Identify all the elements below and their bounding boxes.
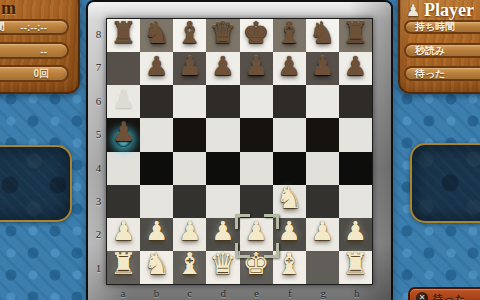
square-f3[interactable]: ♞ [273,185,306,218]
opponent-name: m [1,0,16,19]
square-b4[interactable] [140,152,173,185]
piece-black-p-a5[interactable]: ♟ [107,115,140,148]
piece-black-p-d7[interactable]: ♟ [206,49,239,82]
square-h1[interactable]: ♜ [339,251,372,284]
piece-white-p-h2[interactable]: ♟ [339,215,372,248]
square-e3[interactable] [240,185,273,218]
square-h5[interactable] [339,118,372,151]
square-g6[interactable] [306,85,339,118]
square-c4[interactable] [173,152,206,185]
square-b5[interactable] [140,118,173,151]
piece-white-r-h1[interactable]: ♜ [339,248,372,281]
file-label-g: g [306,286,340,300]
opponent-byoyomi-value: -- [40,45,47,56]
player-time-row: 持ち時間 [404,20,480,34]
square-e6[interactable] [240,85,273,118]
square-f6[interactable] [273,85,306,118]
opponent-time-row: 間 --:--:-- [0,19,69,35]
square-a1[interactable]: ♜ [107,251,140,284]
piece-black-n-b8[interactable]: ♞ [140,16,173,49]
square-f5[interactable] [273,118,306,151]
rank-label-5: 5 [92,118,105,151]
piece-black-n-g8[interactable]: ♞ [306,16,339,49]
piece-white-b-c1[interactable]: ♝ [173,248,206,281]
square-g4[interactable] [306,152,339,185]
square-b8[interactable]: ♞ [140,19,173,52]
player-byoyomi-label: 秒読み [415,44,445,58]
square-e4[interactable] [240,152,273,185]
square-g5[interactable] [306,118,339,151]
square-d6[interactable] [206,85,239,118]
white-pawn-icon: ♟ [406,1,420,20]
rank-label-4: 4 [92,152,105,185]
piece-black-b-c8[interactable]: ♝ [173,16,206,49]
opponent-time-label: 間 [0,20,5,34]
opponent-byoyomi-row: -- [0,42,69,59]
square-c7[interactable]: ♟ [173,52,206,85]
square-g2[interactable]: ♟ [306,218,339,251]
rank-label-1: 1 [92,252,105,285]
piece-black-p-f7[interactable]: ♟ [273,49,306,82]
square-a4[interactable] [107,152,140,185]
square-b3[interactable] [140,185,173,218]
matta-button[interactable]: ✕ 待った [408,287,480,300]
ghost-pawn: ♟ [107,82,140,115]
player-matta-label: 待った [415,67,445,81]
file-label-a: a [106,286,140,300]
rank-label-6: 6 [92,85,105,118]
square-a5[interactable]: ♟ [107,118,140,151]
square-e5[interactable] [240,118,273,151]
square-f7[interactable]: ♟ [273,52,306,85]
piece-white-n-b1[interactable]: ♞ [140,248,173,281]
piece-black-p-b7[interactable]: ♟ [140,49,173,82]
selection-cursor [235,214,279,258]
rank-label-7: 7 [92,51,105,84]
cross-circle-icon: ✕ [416,292,428,300]
square-c5[interactable] [173,118,206,151]
rank-label-2: 2 [92,218,105,251]
piece-black-p-g7[interactable]: ♟ [306,49,339,82]
square-c8[interactable]: ♝ [173,19,206,52]
square-d5[interactable] [206,118,239,151]
piece-black-k-e8[interactable]: ♚ [240,16,273,49]
piece-black-r-a8[interactable]: ♜ [107,16,140,49]
square-h4[interactable] [339,152,372,185]
cursor-corner-tl [235,214,250,229]
square-h6[interactable] [339,85,372,118]
player-captured-tray [410,143,480,223]
opponent-matta-value: 0回 [33,67,49,81]
square-g3[interactable] [306,185,339,218]
square-b1[interactable]: ♞ [140,251,173,284]
player-byoyomi-row: 秒読み [404,43,480,58]
square-d7[interactable]: ♟ [206,52,239,85]
chess-board[interactable]: ♜♞♝♛♚♝♞♜♟♟♟♟♟♟♟♟♟♞♟♟♟♟♟♟♟♟♜♞♝♛♚♝♜ [106,18,373,285]
square-g7[interactable]: ♟ [306,52,339,85]
square-b7[interactable]: ♟ [140,52,173,85]
piece-black-p-h7[interactable]: ♟ [339,49,372,82]
square-a8[interactable]: ♜ [107,19,140,52]
file-label-d: d [206,286,240,300]
file-label-e: e [240,286,274,300]
matta-button-label: 待った [433,292,466,300]
opponent-captured-tray [0,145,72,222]
opponent-matta-row: 0回 [0,65,69,82]
square-b6[interactable] [140,85,173,118]
file-label-b: b [139,286,173,300]
square-d4[interactable] [206,152,239,185]
piece-white-p-c2[interactable]: ♟ [173,215,206,248]
square-d3[interactable] [206,185,239,218]
square-c3[interactable] [173,185,206,218]
app-screen: m 間 --:--:-- -- 0回 ♟ Player 持ち時間 秒読み 待った… [0,0,480,300]
square-e7[interactable]: ♟ [240,52,273,85]
square-a6[interactable]: ♟ [107,85,140,118]
player-matta-row: 待った [404,66,480,81]
piece-black-r-h8[interactable]: ♜ [339,16,372,49]
rank-label-8: 8 [92,18,105,51]
piece-white-n-f3[interactable]: ♞ [273,182,306,215]
square-h8[interactable]: ♜ [339,19,372,52]
piece-white-r-a1[interactable]: ♜ [107,248,140,281]
rank-label-3: 3 [92,185,105,218]
piece-black-p-e7[interactable]: ♟ [240,49,273,82]
piece-black-b-f8[interactable]: ♝ [273,16,306,49]
piece-black-p-c7[interactable]: ♟ [173,49,206,82]
chess-board-frame: 87654321 abcdefgh ♜♞♝♛♚♝♞♜♟♟♟♟♟♟♟♟♟♞♟♟♟♟… [88,2,391,300]
piece-white-p-g2[interactable]: ♟ [306,215,339,248]
square-g8[interactable]: ♞ [306,19,339,52]
square-a3[interactable] [107,185,140,218]
square-c6[interactable] [173,85,206,118]
cursor-corner-br [264,243,279,258]
player-time-label: 持ち時間 [415,20,455,34]
cursor-corner-bl [235,243,250,258]
square-c1[interactable]: ♝ [173,251,206,284]
file-label-c: c [173,286,207,300]
square-e8[interactable]: ♚ [240,19,273,52]
file-label-h: h [340,286,374,300]
piece-white-p-a2[interactable]: ♟ [107,215,140,248]
square-d8[interactable]: ♛ [206,19,239,52]
file-label-f: f [273,286,307,300]
square-h3[interactable] [339,185,372,218]
square-f8[interactable]: ♝ [273,19,306,52]
square-h7[interactable]: ♟ [339,52,372,85]
cursor-corner-tr [264,214,279,229]
piece-white-p-b2[interactable]: ♟ [140,215,173,248]
player-name: Player [424,0,474,21]
square-a7[interactable] [107,52,140,85]
square-g1[interactable] [306,251,339,284]
opponent-time-value: --:--:-- [20,22,47,33]
piece-black-q-d8[interactable]: ♛ [206,16,239,49]
